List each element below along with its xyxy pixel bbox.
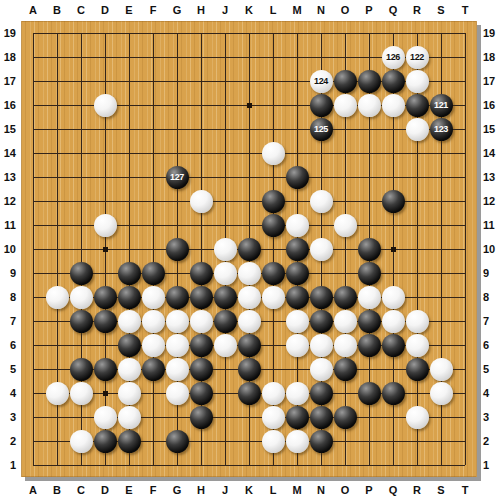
point-L7[interactable] — [261, 309, 285, 333]
point-O2[interactable] — [333, 429, 357, 453]
point-R11[interactable] — [405, 213, 429, 237]
point-Q13[interactable] — [381, 165, 405, 189]
point-Q18[interactable]: 126 — [381, 45, 405, 69]
point-R4[interactable] — [405, 381, 429, 405]
point-C4[interactable] — [69, 381, 93, 405]
point-F19[interactable] — [141, 21, 165, 45]
point-K15[interactable] — [237, 117, 261, 141]
point-N12[interactable] — [309, 189, 333, 213]
point-J12[interactable] — [213, 189, 237, 213]
point-T9[interactable] — [453, 261, 477, 285]
point-S2[interactable] — [429, 429, 453, 453]
point-C5[interactable] — [69, 357, 93, 381]
point-N11[interactable] — [309, 213, 333, 237]
point-S1[interactable] — [429, 453, 453, 477]
point-P18[interactable] — [357, 45, 381, 69]
point-P12[interactable] — [357, 189, 381, 213]
point-M15[interactable] — [285, 117, 309, 141]
point-Q14[interactable] — [381, 141, 405, 165]
point-C11[interactable] — [69, 213, 93, 237]
point-O16[interactable] — [333, 93, 357, 117]
point-P1[interactable] — [357, 453, 381, 477]
point-L10[interactable] — [261, 237, 285, 261]
point-M3[interactable] — [285, 405, 309, 429]
point-H10[interactable] — [189, 237, 213, 261]
point-E18[interactable] — [117, 45, 141, 69]
point-O8[interactable] — [333, 285, 357, 309]
point-N13[interactable] — [309, 165, 333, 189]
point-M13[interactable] — [285, 165, 309, 189]
point-M11[interactable] — [285, 213, 309, 237]
point-A18[interactable] — [21, 45, 45, 69]
point-G14[interactable] — [165, 141, 189, 165]
point-J14[interactable] — [213, 141, 237, 165]
point-S17[interactable] — [429, 69, 453, 93]
point-E8[interactable] — [117, 285, 141, 309]
point-D7[interactable] — [93, 309, 117, 333]
point-K17[interactable] — [237, 69, 261, 93]
point-S12[interactable] — [429, 189, 453, 213]
point-R10[interactable] — [405, 237, 429, 261]
point-R19[interactable] — [405, 21, 429, 45]
point-T4[interactable] — [453, 381, 477, 405]
point-C19[interactable] — [69, 21, 93, 45]
point-O7[interactable] — [333, 309, 357, 333]
point-R8[interactable] — [405, 285, 429, 309]
point-G3[interactable] — [165, 405, 189, 429]
point-E5[interactable] — [117, 357, 141, 381]
point-M18[interactable] — [285, 45, 309, 69]
point-E9[interactable] — [117, 261, 141, 285]
point-T16[interactable] — [453, 93, 477, 117]
point-S8[interactable] — [429, 285, 453, 309]
point-J3[interactable] — [213, 405, 237, 429]
point-C12[interactable] — [69, 189, 93, 213]
point-P10[interactable] — [357, 237, 381, 261]
point-E13[interactable] — [117, 165, 141, 189]
point-S7[interactable] — [429, 309, 453, 333]
point-P7[interactable] — [357, 309, 381, 333]
point-H2[interactable] — [189, 429, 213, 453]
point-S11[interactable] — [429, 213, 453, 237]
point-G9[interactable] — [165, 261, 189, 285]
point-F3[interactable] — [141, 405, 165, 429]
point-H5[interactable] — [189, 357, 213, 381]
point-J16[interactable] — [213, 93, 237, 117]
point-H12[interactable] — [189, 189, 213, 213]
point-Q1[interactable] — [381, 453, 405, 477]
point-A6[interactable] — [21, 333, 45, 357]
point-N5[interactable] — [309, 357, 333, 381]
point-G2[interactable] — [165, 429, 189, 453]
point-Q3[interactable] — [381, 405, 405, 429]
point-G19[interactable] — [165, 21, 189, 45]
point-J2[interactable] — [213, 429, 237, 453]
point-P13[interactable] — [357, 165, 381, 189]
point-L2[interactable] — [261, 429, 285, 453]
point-G6[interactable] — [165, 333, 189, 357]
point-G18[interactable] — [165, 45, 189, 69]
point-R18[interactable]: 122 — [405, 45, 429, 69]
point-D5[interactable] — [93, 357, 117, 381]
point-B11[interactable] — [45, 213, 69, 237]
point-K18[interactable] — [237, 45, 261, 69]
point-S14[interactable] — [429, 141, 453, 165]
point-C7[interactable] — [69, 309, 93, 333]
point-R3[interactable] — [405, 405, 429, 429]
point-F13[interactable] — [141, 165, 165, 189]
point-L5[interactable] — [261, 357, 285, 381]
point-G1[interactable] — [165, 453, 189, 477]
point-J4[interactable] — [213, 381, 237, 405]
point-M10[interactable] — [285, 237, 309, 261]
point-J11[interactable] — [213, 213, 237, 237]
point-L12[interactable] — [261, 189, 285, 213]
point-B13[interactable] — [45, 165, 69, 189]
point-P16[interactable] — [357, 93, 381, 117]
point-E4[interactable] — [117, 381, 141, 405]
point-D4[interactable] — [93, 381, 117, 405]
point-R13[interactable] — [405, 165, 429, 189]
point-D11[interactable] — [93, 213, 117, 237]
point-F4[interactable] — [141, 381, 165, 405]
point-G15[interactable] — [165, 117, 189, 141]
point-K2[interactable] — [237, 429, 261, 453]
point-L9[interactable] — [261, 261, 285, 285]
point-B17[interactable] — [45, 69, 69, 93]
point-J13[interactable] — [213, 165, 237, 189]
point-F8[interactable] — [141, 285, 165, 309]
point-S6[interactable] — [429, 333, 453, 357]
point-Q7[interactable] — [381, 309, 405, 333]
point-G7[interactable] — [165, 309, 189, 333]
point-S16[interactable]: 121 — [429, 93, 453, 117]
point-M4[interactable] — [285, 381, 309, 405]
point-L11[interactable] — [261, 213, 285, 237]
point-B19[interactable] — [45, 21, 69, 45]
point-B6[interactable] — [45, 333, 69, 357]
point-E6[interactable] — [117, 333, 141, 357]
point-O4[interactable] — [333, 381, 357, 405]
point-B10[interactable] — [45, 237, 69, 261]
point-G13[interactable]: 127 — [165, 165, 189, 189]
point-E16[interactable] — [117, 93, 141, 117]
point-D15[interactable] — [93, 117, 117, 141]
point-C16[interactable] — [69, 93, 93, 117]
point-C2[interactable] — [69, 429, 93, 453]
point-D1[interactable] — [93, 453, 117, 477]
point-K11[interactable] — [237, 213, 261, 237]
point-L13[interactable] — [261, 165, 285, 189]
point-O17[interactable] — [333, 69, 357, 93]
point-S5[interactable] — [429, 357, 453, 381]
point-C13[interactable] — [69, 165, 93, 189]
point-F14[interactable] — [141, 141, 165, 165]
point-T15[interactable] — [453, 117, 477, 141]
point-N9[interactable] — [309, 261, 333, 285]
point-L8[interactable] — [261, 285, 285, 309]
point-G5[interactable] — [165, 357, 189, 381]
point-G12[interactable] — [165, 189, 189, 213]
point-P14[interactable] — [357, 141, 381, 165]
point-A13[interactable] — [21, 165, 45, 189]
point-J1[interactable] — [213, 453, 237, 477]
point-E7[interactable] — [117, 309, 141, 333]
point-K19[interactable] — [237, 21, 261, 45]
point-J19[interactable] — [213, 21, 237, 45]
point-M9[interactable] — [285, 261, 309, 285]
point-N17[interactable]: 124 — [309, 69, 333, 93]
point-K10[interactable] — [237, 237, 261, 261]
point-J17[interactable] — [213, 69, 237, 93]
point-A11[interactable] — [21, 213, 45, 237]
point-O15[interactable] — [333, 117, 357, 141]
point-F9[interactable] — [141, 261, 165, 285]
point-G4[interactable] — [165, 381, 189, 405]
point-G10[interactable] — [165, 237, 189, 261]
point-D12[interactable] — [93, 189, 117, 213]
point-E3[interactable] — [117, 405, 141, 429]
point-O1[interactable] — [333, 453, 357, 477]
point-P9[interactable] — [357, 261, 381, 285]
point-N14[interactable] — [309, 141, 333, 165]
point-D16[interactable] — [93, 93, 117, 117]
point-Q19[interactable] — [381, 21, 405, 45]
point-M14[interactable] — [285, 141, 309, 165]
point-F18[interactable] — [141, 45, 165, 69]
point-Q8[interactable] — [381, 285, 405, 309]
point-C14[interactable] — [69, 141, 93, 165]
point-H18[interactable] — [189, 45, 213, 69]
point-T1[interactable] — [453, 453, 477, 477]
point-K16[interactable] — [237, 93, 261, 117]
point-Q9[interactable] — [381, 261, 405, 285]
point-P8[interactable] — [357, 285, 381, 309]
point-C9[interactable] — [69, 261, 93, 285]
point-L3[interactable] — [261, 405, 285, 429]
point-L6[interactable] — [261, 333, 285, 357]
point-F12[interactable] — [141, 189, 165, 213]
point-J18[interactable] — [213, 45, 237, 69]
point-M17[interactable] — [285, 69, 309, 93]
point-S18[interactable] — [429, 45, 453, 69]
point-J8[interactable] — [213, 285, 237, 309]
point-P19[interactable] — [357, 21, 381, 45]
point-F15[interactable] — [141, 117, 165, 141]
point-Q12[interactable] — [381, 189, 405, 213]
point-T14[interactable] — [453, 141, 477, 165]
point-O10[interactable] — [333, 237, 357, 261]
point-M5[interactable] — [285, 357, 309, 381]
point-M6[interactable] — [285, 333, 309, 357]
point-P2[interactable] — [357, 429, 381, 453]
point-T13[interactable] — [453, 165, 477, 189]
point-P5[interactable] — [357, 357, 381, 381]
point-H4[interactable] — [189, 381, 213, 405]
point-E11[interactable] — [117, 213, 141, 237]
point-N6[interactable] — [309, 333, 333, 357]
point-B8[interactable] — [45, 285, 69, 309]
point-B14[interactable] — [45, 141, 69, 165]
point-R12[interactable] — [405, 189, 429, 213]
point-Q17[interactable] — [381, 69, 405, 93]
point-C18[interactable] — [69, 45, 93, 69]
point-H3[interactable] — [189, 405, 213, 429]
point-E19[interactable] — [117, 21, 141, 45]
point-B7[interactable] — [45, 309, 69, 333]
point-T19[interactable] — [453, 21, 477, 45]
point-S10[interactable] — [429, 237, 453, 261]
point-H17[interactable] — [189, 69, 213, 93]
point-E17[interactable] — [117, 69, 141, 93]
point-S15[interactable]: 123 — [429, 117, 453, 141]
point-O18[interactable] — [333, 45, 357, 69]
point-C8[interactable] — [69, 285, 93, 309]
point-S13[interactable] — [429, 165, 453, 189]
point-P11[interactable] — [357, 213, 381, 237]
point-D9[interactable] — [93, 261, 117, 285]
point-R6[interactable] — [405, 333, 429, 357]
point-H1[interactable] — [189, 453, 213, 477]
point-Q16[interactable] — [381, 93, 405, 117]
point-E2[interactable] — [117, 429, 141, 453]
point-L14[interactable] — [261, 141, 285, 165]
point-A16[interactable] — [21, 93, 45, 117]
point-O5[interactable] — [333, 357, 357, 381]
point-N2[interactable] — [309, 429, 333, 453]
point-L17[interactable] — [261, 69, 285, 93]
point-N8[interactable] — [309, 285, 333, 309]
point-O12[interactable] — [333, 189, 357, 213]
point-R15[interactable] — [405, 117, 429, 141]
point-A19[interactable] — [21, 21, 45, 45]
point-A4[interactable] — [21, 381, 45, 405]
point-R16[interactable] — [405, 93, 429, 117]
point-K5[interactable] — [237, 357, 261, 381]
point-K14[interactable] — [237, 141, 261, 165]
point-B3[interactable] — [45, 405, 69, 429]
point-P17[interactable] — [357, 69, 381, 93]
point-B18[interactable] — [45, 45, 69, 69]
point-N3[interactable] — [309, 405, 333, 429]
point-A17[interactable] — [21, 69, 45, 93]
point-M2[interactable] — [285, 429, 309, 453]
point-B15[interactable] — [45, 117, 69, 141]
point-T18[interactable] — [453, 45, 477, 69]
point-F7[interactable] — [141, 309, 165, 333]
point-J6[interactable] — [213, 333, 237, 357]
point-Q10[interactable] — [381, 237, 405, 261]
point-H11[interactable] — [189, 213, 213, 237]
point-O11[interactable] — [333, 213, 357, 237]
point-B12[interactable] — [45, 189, 69, 213]
point-D10[interactable] — [93, 237, 117, 261]
point-A12[interactable] — [21, 189, 45, 213]
point-C10[interactable] — [69, 237, 93, 261]
point-N15[interactable]: 125 — [309, 117, 333, 141]
point-K1[interactable] — [237, 453, 261, 477]
point-T12[interactable] — [453, 189, 477, 213]
point-H16[interactable] — [189, 93, 213, 117]
point-B5[interactable] — [45, 357, 69, 381]
point-Q15[interactable] — [381, 117, 405, 141]
point-D13[interactable] — [93, 165, 117, 189]
point-B2[interactable] — [45, 429, 69, 453]
point-F17[interactable] — [141, 69, 165, 93]
point-O6[interactable] — [333, 333, 357, 357]
point-D2[interactable] — [93, 429, 117, 453]
point-K8[interactable] — [237, 285, 261, 309]
point-H9[interactable] — [189, 261, 213, 285]
point-A8[interactable] — [21, 285, 45, 309]
point-F6[interactable] — [141, 333, 165, 357]
point-Q6[interactable] — [381, 333, 405, 357]
point-C17[interactable] — [69, 69, 93, 93]
point-A2[interactable] — [21, 429, 45, 453]
point-B1[interactable] — [45, 453, 69, 477]
point-H7[interactable] — [189, 309, 213, 333]
point-F11[interactable] — [141, 213, 165, 237]
point-T17[interactable] — [453, 69, 477, 93]
point-A14[interactable] — [21, 141, 45, 165]
point-H14[interactable] — [189, 141, 213, 165]
point-R7[interactable] — [405, 309, 429, 333]
point-L15[interactable] — [261, 117, 285, 141]
point-L4[interactable] — [261, 381, 285, 405]
point-T5[interactable] — [453, 357, 477, 381]
point-C3[interactable] — [69, 405, 93, 429]
point-J10[interactable] — [213, 237, 237, 261]
point-A9[interactable] — [21, 261, 45, 285]
point-A15[interactable] — [21, 117, 45, 141]
point-O9[interactable] — [333, 261, 357, 285]
point-Q2[interactable] — [381, 429, 405, 453]
point-K9[interactable] — [237, 261, 261, 285]
point-Q5[interactable] — [381, 357, 405, 381]
point-H13[interactable] — [189, 165, 213, 189]
point-N7[interactable] — [309, 309, 333, 333]
point-G8[interactable] — [165, 285, 189, 309]
point-Q11[interactable] — [381, 213, 405, 237]
point-K6[interactable] — [237, 333, 261, 357]
point-F2[interactable] — [141, 429, 165, 453]
point-O14[interactable] — [333, 141, 357, 165]
point-H15[interactable] — [189, 117, 213, 141]
point-J7[interactable] — [213, 309, 237, 333]
point-T2[interactable] — [453, 429, 477, 453]
point-N4[interactable] — [309, 381, 333, 405]
point-D8[interactable] — [93, 285, 117, 309]
point-R2[interactable] — [405, 429, 429, 453]
point-M12[interactable] — [285, 189, 309, 213]
point-K3[interactable] — [237, 405, 261, 429]
point-O13[interactable] — [333, 165, 357, 189]
point-F1[interactable] — [141, 453, 165, 477]
point-K7[interactable] — [237, 309, 261, 333]
point-M8[interactable] — [285, 285, 309, 309]
point-A5[interactable] — [21, 357, 45, 381]
point-D19[interactable] — [93, 21, 117, 45]
point-N19[interactable] — [309, 21, 333, 45]
point-D18[interactable] — [93, 45, 117, 69]
point-M7[interactable] — [285, 309, 309, 333]
point-P3[interactable] — [357, 405, 381, 429]
point-L19[interactable] — [261, 21, 285, 45]
point-T8[interactable] — [453, 285, 477, 309]
point-N16[interactable] — [309, 93, 333, 117]
point-C15[interactable] — [69, 117, 93, 141]
point-L16[interactable] — [261, 93, 285, 117]
